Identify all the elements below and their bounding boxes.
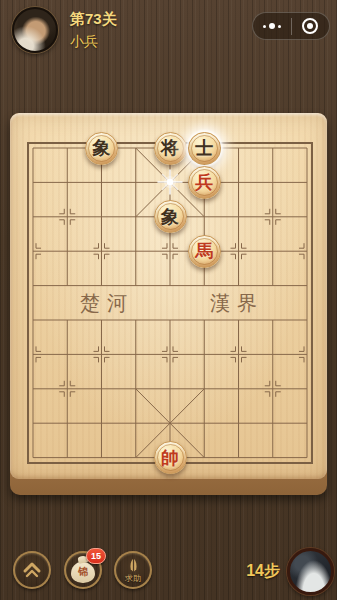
river-text-right: 漢界	[210, 291, 264, 315]
river-text-left: 楚河	[80, 291, 134, 315]
board-panel: 楚河 漢界 象将士兵象馬帥	[10, 113, 327, 495]
menu-button[interactable]	[253, 13, 291, 39]
hint-bag-button[interactable]: 锦 15	[64, 551, 102, 589]
stage-title: 小兵	[70, 34, 117, 48]
money-bag-icon: 锦	[71, 562, 95, 583]
piece-black[interactable]: 象	[85, 132, 118, 165]
header-texts: 第73关 小兵	[70, 11, 117, 48]
player-avatar[interactable]	[12, 7, 58, 53]
bag-character: 锦	[78, 565, 88, 579]
piece-red[interactable]: 兵	[188, 166, 221, 199]
ask-help-button[interactable]: 求助	[114, 551, 152, 589]
piece-red[interactable]: 馬	[188, 235, 221, 268]
app-screen: 第73关 小兵 楚河 漢界 象将士兵象馬帥 锦	[0, 0, 337, 600]
piece-black[interactable]: 士	[188, 132, 221, 165]
close-circle-icon	[302, 18, 318, 34]
expand-button[interactable]	[13, 551, 51, 589]
close-button[interactable]	[292, 13, 330, 39]
piece-black[interactable]: 象	[154, 200, 187, 233]
steps-counter: 14步	[246, 561, 280, 582]
opponent-avatar[interactable]	[287, 548, 334, 595]
menu-dots-icon	[263, 25, 266, 28]
xiangqi-board[interactable]: 楚河 漢界 象将士兵象馬帥	[10, 113, 327, 479]
miniprogram-capsule	[252, 12, 330, 40]
hint-count-badge: 15	[86, 548, 106, 564]
piece-red[interactable]: 帥	[154, 441, 187, 474]
level-title: 第73关	[70, 11, 117, 26]
praying-hands-icon	[125, 557, 142, 574]
chevron-up-icon	[20, 558, 44, 582]
help-label: 求助	[125, 575, 141, 583]
piece-black[interactable]: 将	[154, 132, 187, 165]
board-grid: 楚河 漢界	[10, 113, 327, 479]
